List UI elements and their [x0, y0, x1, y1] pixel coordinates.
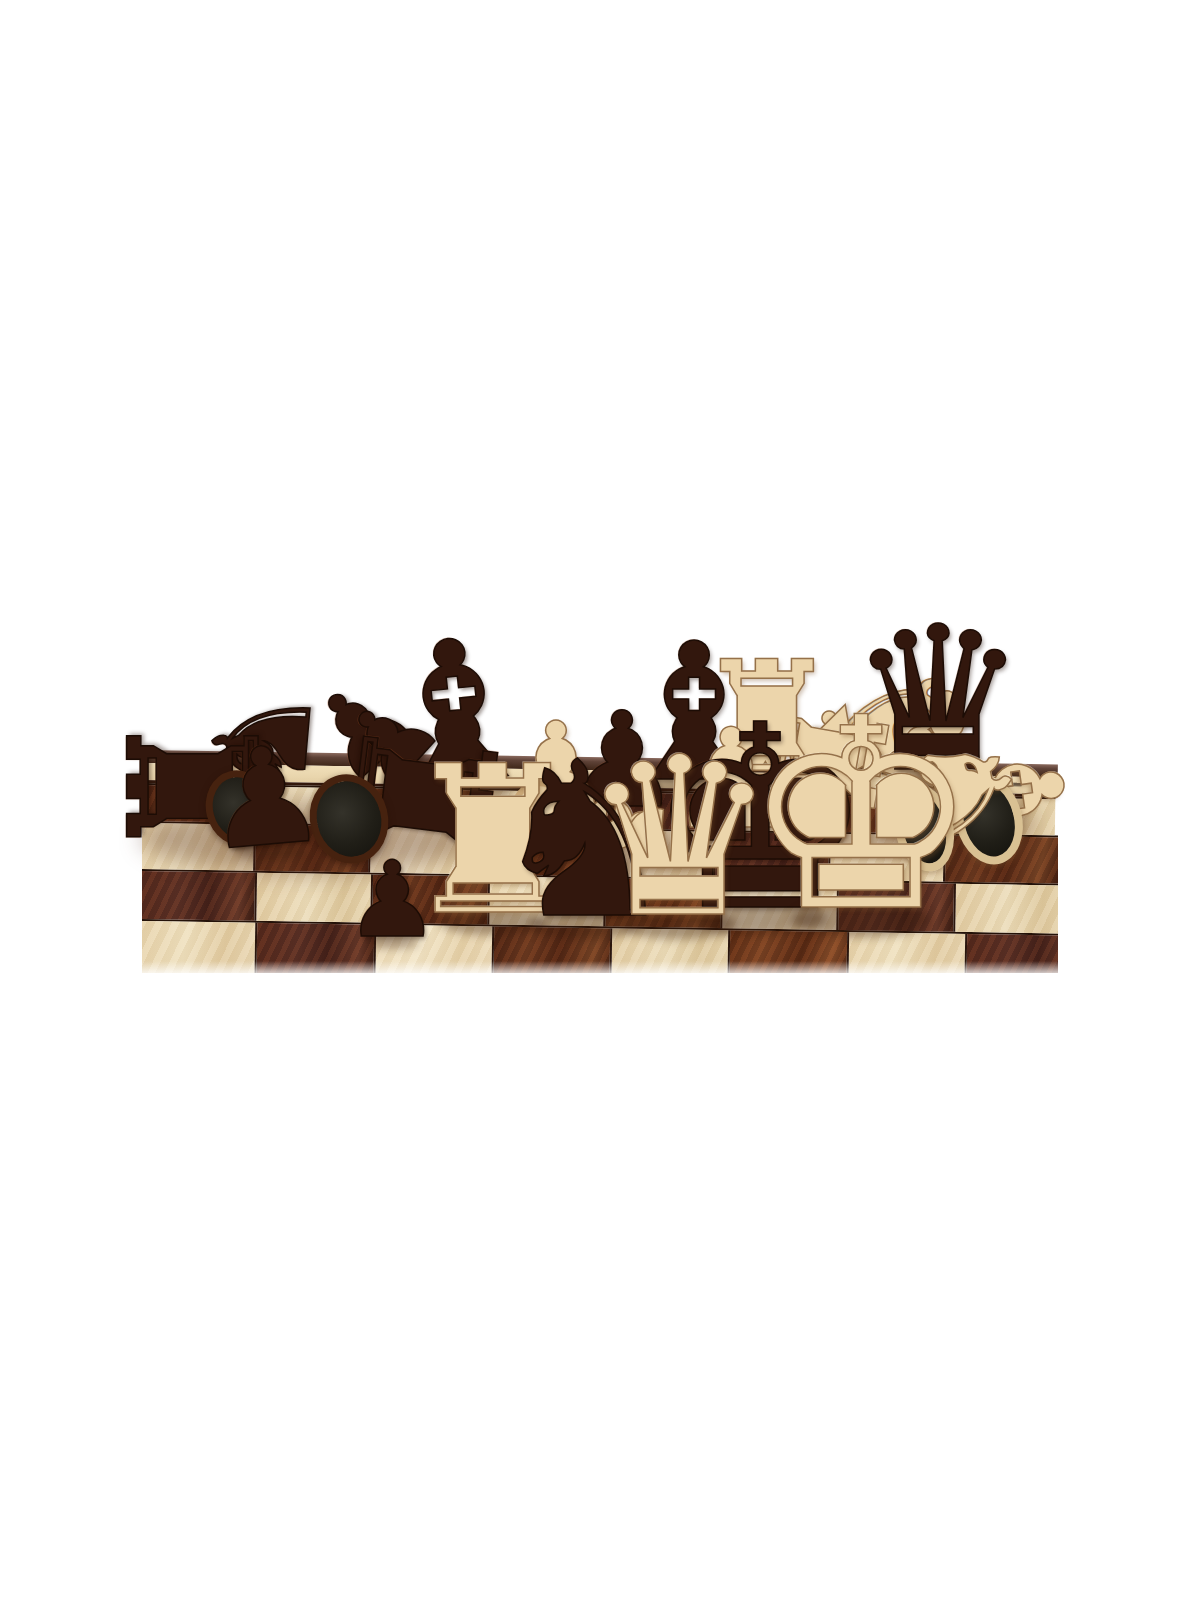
chess-piece-dark-pawn: ♟	[191, 724, 337, 870]
chess-pieces-layer: ♟♜♞♛♚♚♟♝♟♟♝♟♜♛♟♜♜♟♟♞♝♟♞♟♞♝♜♟♝	[0, 0, 1200, 1600]
chess-piece-light-queen: ♛	[569, 728, 789, 948]
chess-piece-dark-pawn: ♟	[340, 848, 445, 953]
product-photo-stage: ♟♜♞♛♚♚♟♝♟♟♝♟♜♛♟♜♜♟♟♞♝♟♞♟♞♝♜♟♝	[0, 0, 1200, 1600]
